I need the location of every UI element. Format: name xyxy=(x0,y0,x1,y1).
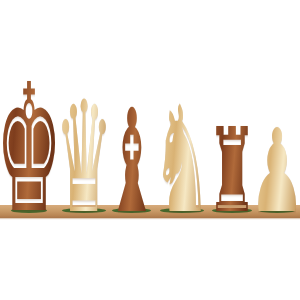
chess-piece-knight: ♞ xyxy=(152,87,211,234)
chess-piece-bishop: ♝ xyxy=(105,90,159,233)
chess-piece-king: ♚ xyxy=(0,61,62,238)
chess-pieces-photo: ♚ ♛ ♝ ♞ ♜ ♟ xyxy=(0,0,300,300)
chess-piece-pawn: ♟ xyxy=(249,114,300,229)
